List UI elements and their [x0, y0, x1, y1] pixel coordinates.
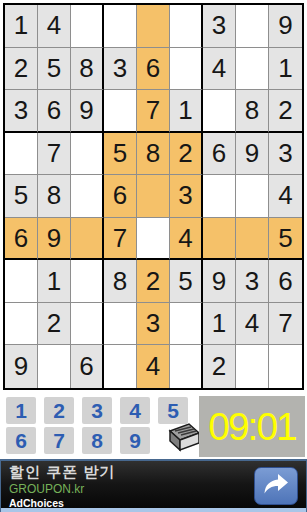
cell-r9c2[interactable]	[38, 345, 71, 388]
cell-r9c4[interactable]	[104, 345, 137, 388]
cell-r6c8[interactable]	[236, 218, 269, 261]
cell-r2c4[interactable]: 3	[104, 48, 137, 91]
cell-r2c2[interactable]: 5	[38, 48, 71, 91]
cell-r2c8[interactable]	[236, 48, 269, 91]
cell-r3c6[interactable]: 1	[170, 90, 203, 133]
cell-r4c5[interactable]: 8	[137, 133, 170, 176]
cell-r8c1[interactable]	[5, 303, 38, 346]
cell-r4c1[interactable]	[5, 133, 38, 176]
cell-r4c3[interactable]	[71, 133, 104, 176]
cell-r5c2[interactable]: 8	[38, 175, 71, 218]
cell-r9c1[interactable]: 9	[5, 345, 38, 388]
share-arrow-icon	[263, 473, 289, 499]
cell-r9c5[interactable]: 4	[137, 345, 170, 388]
sudoku-board: 1439258364136971827582693586346974518259…	[3, 3, 304, 390]
cell-r6c3[interactable]	[71, 218, 104, 261]
timer-display: 09:01	[208, 405, 296, 449]
cell-r2c7[interactable]: 4	[203, 48, 236, 91]
cell-r6c2[interactable]: 9	[38, 218, 71, 261]
numpad-button-5[interactable]: 5	[158, 397, 188, 424]
numpad-button-4[interactable]: 4	[120, 397, 150, 424]
numpad-button-3[interactable]: 3	[82, 397, 112, 424]
cell-r7c7[interactable]: 9	[203, 260, 236, 303]
cell-r7c6[interactable]: 5	[170, 260, 203, 303]
cell-r7c3[interactable]	[71, 260, 104, 303]
cell-r9c3[interactable]: 6	[71, 345, 104, 388]
cell-r5c4[interactable]: 6	[104, 175, 137, 218]
share-button[interactable]	[254, 467, 298, 505]
cell-r1c2[interactable]: 4	[38, 5, 71, 48]
cell-r3c8[interactable]: 8	[236, 90, 269, 133]
cell-r8c3[interactable]	[71, 303, 104, 346]
cell-r3c5[interactable]: 7	[137, 90, 170, 133]
cell-r7c9[interactable]: 6	[269, 260, 302, 303]
cell-r5c6[interactable]: 3	[170, 175, 203, 218]
cell-r1c8[interactable]	[236, 5, 269, 48]
cell-r5c3[interactable]	[71, 175, 104, 218]
cell-r8c9[interactable]: 7	[269, 303, 302, 346]
cell-r4c7[interactable]: 6	[203, 133, 236, 176]
ad-title[interactable]: 할인 쿠폰 받기	[9, 463, 115, 482]
cell-r9c6[interactable]	[170, 345, 203, 388]
numpad-button-8[interactable]: 8	[82, 427, 112, 454]
cell-r8c6[interactable]	[170, 303, 203, 346]
cell-r1c7[interactable]: 3	[203, 5, 236, 48]
cell-r5c1[interactable]: 5	[5, 175, 38, 218]
ad-advertiser[interactable]: GROUPON.kr	[9, 482, 84, 496]
cell-r6c6[interactable]: 4	[170, 218, 203, 261]
cell-r6c4[interactable]: 7	[104, 218, 137, 261]
cell-r3c4[interactable]	[104, 90, 137, 133]
numpad-button-7[interactable]: 7	[44, 427, 74, 454]
cell-r7c4[interactable]: 8	[104, 260, 137, 303]
cell-r1c5[interactable]	[137, 5, 170, 48]
cell-r1c9[interactable]: 9	[269, 5, 302, 48]
cell-r9c8[interactable]	[236, 345, 269, 388]
cell-r5c8[interactable]	[236, 175, 269, 218]
ad-bottom-strip	[1, 508, 306, 512]
numpad-button-2[interactable]: 2	[44, 397, 74, 424]
numpad-button-6[interactable]: 6	[6, 427, 36, 454]
ad-banner[interactable]: 할인 쿠폰 받기 GROUPON.kr AdChoices	[0, 459, 307, 512]
cell-r1c4[interactable]	[104, 5, 137, 48]
cell-r4c9[interactable]: 3	[269, 133, 302, 176]
cell-r8c4[interactable]	[104, 303, 137, 346]
cell-r2c9[interactable]: 1	[269, 48, 302, 91]
cell-r4c8[interactable]: 9	[236, 133, 269, 176]
cell-r9c9[interactable]	[269, 345, 302, 388]
cell-r7c5[interactable]: 2	[137, 260, 170, 303]
cell-r1c6[interactable]	[170, 5, 203, 48]
cell-r3c3[interactable]: 9	[71, 90, 104, 133]
cell-r5c5[interactable]	[137, 175, 170, 218]
timer-panel: 09:01	[199, 396, 305, 457]
cell-r6c7[interactable]	[203, 218, 236, 261]
cell-r2c1[interactable]: 2	[5, 48, 38, 91]
cell-r3c2[interactable]: 6	[38, 90, 71, 133]
cell-r8c8[interactable]: 4	[236, 303, 269, 346]
cell-r7c8[interactable]: 3	[236, 260, 269, 303]
cell-r4c6[interactable]: 2	[170, 133, 203, 176]
cell-r7c1[interactable]	[5, 260, 38, 303]
cell-r4c4[interactable]: 5	[104, 133, 137, 176]
cell-r3c9[interactable]: 2	[269, 90, 302, 133]
cell-r6c9[interactable]: 5	[269, 218, 302, 261]
cell-r2c5[interactable]: 6	[137, 48, 170, 91]
cell-r3c7[interactable]	[203, 90, 236, 133]
cell-r6c5[interactable]	[137, 218, 170, 261]
cell-r2c6[interactable]	[170, 48, 203, 91]
cell-r8c5[interactable]: 3	[137, 303, 170, 346]
cell-r8c7[interactable]: 1	[203, 303, 236, 346]
cell-r2c3[interactable]: 8	[71, 48, 104, 91]
cell-r5c9[interactable]: 4	[269, 175, 302, 218]
numpad-button-1[interactable]: 1	[6, 397, 36, 424]
cell-r6c1[interactable]: 6	[5, 218, 38, 261]
cell-r4c2[interactable]: 7	[38, 133, 71, 176]
cell-r1c3[interactable]	[71, 5, 104, 48]
cell-r7c2[interactable]: 1	[38, 260, 71, 303]
numpad-button-9[interactable]: 9	[120, 427, 150, 454]
cell-r8c2[interactable]: 2	[38, 303, 71, 346]
eraser-icon[interactable]	[160, 419, 204, 457]
cell-r3c1[interactable]: 3	[5, 90, 38, 133]
cell-r5c7[interactable]	[203, 175, 236, 218]
cell-r9c7[interactable]: 2	[203, 345, 236, 388]
cell-r1c1[interactable]: 1	[5, 5, 38, 48]
